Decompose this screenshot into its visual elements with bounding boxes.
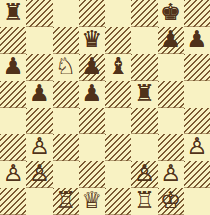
square-a7[interactable] [0,27,26,54]
piece-white-pawn: ♙ [3,162,24,185]
square-c5[interactable] [53,81,79,108]
square-g3[interactable] [158,134,184,161]
square-c2[interactable] [53,161,79,188]
square-g6[interactable] [158,54,184,81]
square-b1[interactable] [26,188,52,215]
piece-white-rook: ♖ [134,189,155,212]
piece-black-pawn: ♟ [160,28,181,51]
square-e5[interactable] [105,81,131,108]
square-e7[interactable] [105,27,131,54]
square-a3[interactable] [0,134,26,161]
square-g1[interactable]: ♔ [158,188,184,215]
piece-black-pawn: ♟ [82,82,103,105]
piece-white-pawn: ♙ [134,162,155,185]
square-d4[interactable] [79,108,105,135]
square-g7[interactable]: ♟ [158,27,184,54]
square-c7[interactable] [53,27,79,54]
piece-white-pawn: ♙ [160,162,181,185]
piece-black-queen: ♛ [82,28,103,51]
piece-black-rook: ♜ [134,82,155,105]
square-h2[interactable] [184,161,210,188]
square-f4[interactable] [131,108,157,135]
square-e2[interactable] [105,161,131,188]
square-c1[interactable]: ♖ [53,188,79,215]
square-d2[interactable] [79,161,105,188]
square-h8[interactable] [184,0,210,27]
piece-black-pawn: ♟ [82,55,103,78]
square-a8[interactable]: ♜ [0,0,26,27]
square-b5[interactable]: ♟ [26,81,52,108]
square-c4[interactable] [53,108,79,135]
chess-board: ♜♚♛♟♟♟♘♟♝♟♟♜♙♙♙♙♙♙♖♕♖♔ [0,0,210,215]
square-f5[interactable]: ♜ [131,81,157,108]
square-b4[interactable] [26,108,52,135]
square-f1[interactable]: ♖ [131,188,157,215]
piece-white-knight: ♘ [55,55,76,78]
piece-white-pawn: ♙ [29,162,50,185]
square-c6[interactable]: ♘ [53,54,79,81]
square-c3[interactable] [53,134,79,161]
square-d8[interactable] [79,0,105,27]
square-b8[interactable] [26,0,52,27]
square-f8[interactable] [131,0,157,27]
square-h6[interactable] [184,54,210,81]
piece-white-pawn: ♙ [187,135,208,158]
square-e1[interactable] [105,188,131,215]
square-d6[interactable]: ♟ [79,54,105,81]
square-b2[interactable]: ♙ [26,161,52,188]
square-b7[interactable] [26,27,52,54]
piece-black-king: ♚ [160,1,181,24]
square-f7[interactable] [131,27,157,54]
square-a5[interactable] [0,81,26,108]
square-e6[interactable]: ♝ [105,54,131,81]
square-e3[interactable] [105,134,131,161]
piece-black-bishop: ♝ [108,55,129,78]
square-e4[interactable] [105,108,131,135]
square-g8[interactable]: ♚ [158,0,184,27]
piece-black-pawn: ♟ [187,28,208,51]
square-a1[interactable] [0,188,26,215]
square-g4[interactable] [158,108,184,135]
square-d3[interactable] [79,134,105,161]
square-d1[interactable]: ♕ [79,188,105,215]
square-a2[interactable]: ♙ [0,161,26,188]
square-g5[interactable] [158,81,184,108]
square-e8[interactable] [105,0,131,27]
square-a6[interactable]: ♟ [0,54,26,81]
square-h4[interactable] [184,108,210,135]
square-h1[interactable] [184,188,210,215]
square-b6[interactable] [26,54,52,81]
piece-white-pawn: ♙ [29,135,50,158]
square-f3[interactable] [131,134,157,161]
square-g2[interactable]: ♙ [158,161,184,188]
square-d7[interactable]: ♛ [79,27,105,54]
square-h5[interactable] [184,81,210,108]
piece-black-rook: ♜ [3,1,24,24]
piece-black-pawn: ♟ [29,82,50,105]
square-a4[interactable] [0,108,26,135]
square-c8[interactable] [53,0,79,27]
piece-white-king: ♔ [160,189,181,212]
square-h7[interactable]: ♟ [184,27,210,54]
square-f6[interactable] [131,54,157,81]
square-f2[interactable]: ♙ [131,161,157,188]
piece-black-pawn: ♟ [3,55,24,78]
piece-white-rook: ♖ [55,189,76,212]
square-h3[interactable]: ♙ [184,134,210,161]
piece-white-queen: ♕ [82,189,103,212]
square-b3[interactable]: ♙ [26,134,52,161]
square-d5[interactable]: ♟ [79,81,105,108]
